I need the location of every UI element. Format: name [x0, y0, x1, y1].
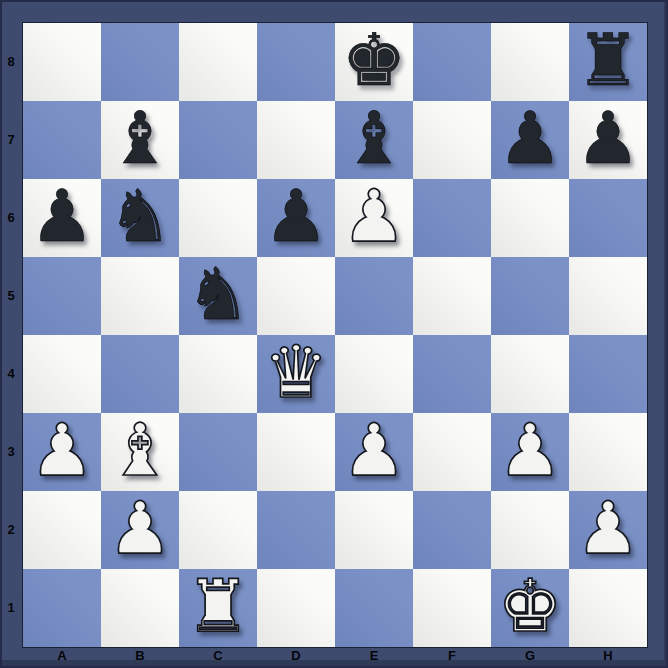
- square-g1[interactable]: ♚: [491, 569, 569, 647]
- white-pawn[interactable]: ♟: [342, 177, 407, 255]
- rank-label-5: 5: [0, 257, 22, 335]
- square-h5[interactable]: [569, 257, 647, 335]
- square-f6[interactable]: [413, 179, 491, 257]
- file-label-a: A: [23, 647, 101, 667]
- square-g2[interactable]: [491, 491, 569, 569]
- black-knight[interactable]: ♞: [186, 255, 251, 333]
- square-c6[interactable]: [179, 179, 257, 257]
- white-pawn[interactable]: ♟: [576, 489, 641, 567]
- black-pawn[interactable]: ♟: [498, 99, 563, 177]
- black-pawn[interactable]: ♟: [30, 177, 95, 255]
- square-b5[interactable]: [101, 257, 179, 335]
- square-a7[interactable]: [23, 101, 101, 179]
- black-rook[interactable]: ♜: [576, 21, 641, 99]
- square-a3[interactable]: ♟: [23, 413, 101, 491]
- black-king[interactable]: ♚: [342, 21, 407, 99]
- white-queen[interactable]: ♛: [264, 333, 329, 411]
- rank-label-3: 3: [0, 413, 22, 491]
- square-d3[interactable]: [257, 413, 335, 491]
- file-label-e: E: [335, 647, 413, 667]
- square-h2[interactable]: ♟: [569, 491, 647, 569]
- square-g7[interactable]: ♟: [491, 101, 569, 179]
- white-king[interactable]: ♚: [498, 567, 563, 645]
- square-d4[interactable]: ♛: [257, 335, 335, 413]
- square-e4[interactable]: [335, 335, 413, 413]
- chess-board: ♚♜♝♝♟♟♟♞♟♟♞♛♟♝♟♟♟♟♜♚: [22, 22, 648, 648]
- square-f7[interactable]: [413, 101, 491, 179]
- rank-label-2: 2: [0, 491, 22, 569]
- square-a2[interactable]: [23, 491, 101, 569]
- square-e1[interactable]: [335, 569, 413, 647]
- rank-label-4: 4: [0, 335, 22, 413]
- square-e2[interactable]: [335, 491, 413, 569]
- square-g3[interactable]: ♟: [491, 413, 569, 491]
- square-b7[interactable]: ♝: [101, 101, 179, 179]
- square-a1[interactable]: [23, 569, 101, 647]
- square-f3[interactable]: [413, 413, 491, 491]
- square-e5[interactable]: [335, 257, 413, 335]
- file-label-c: C: [179, 647, 257, 667]
- file-label-g: G: [491, 647, 569, 667]
- square-a6[interactable]: ♟: [23, 179, 101, 257]
- square-f4[interactable]: [413, 335, 491, 413]
- square-d1[interactable]: [257, 569, 335, 647]
- square-h3[interactable]: [569, 413, 647, 491]
- square-b8[interactable]: [101, 23, 179, 101]
- square-e8[interactable]: ♚: [335, 23, 413, 101]
- square-c3[interactable]: [179, 413, 257, 491]
- square-a4[interactable]: [23, 335, 101, 413]
- black-knight[interactable]: ♞: [108, 177, 173, 255]
- square-f2[interactable]: [413, 491, 491, 569]
- rank-label-7: 7: [0, 101, 22, 179]
- white-pawn[interactable]: ♟: [498, 411, 563, 489]
- square-b2[interactable]: ♟: [101, 491, 179, 569]
- square-g5[interactable]: [491, 257, 569, 335]
- white-pawn[interactable]: ♟: [30, 411, 95, 489]
- black-bishop[interactable]: ♝: [342, 99, 407, 177]
- rank-label-6: 6: [0, 179, 22, 257]
- square-c2[interactable]: [179, 491, 257, 569]
- square-d8[interactable]: [257, 23, 335, 101]
- square-g8[interactable]: [491, 23, 569, 101]
- square-h8[interactable]: ♜: [569, 23, 647, 101]
- square-c8[interactable]: [179, 23, 257, 101]
- square-d5[interactable]: [257, 257, 335, 335]
- black-bishop[interactable]: ♝: [108, 99, 173, 177]
- file-label-f: F: [413, 647, 491, 667]
- square-e6[interactable]: ♟: [335, 179, 413, 257]
- square-c5[interactable]: ♞: [179, 257, 257, 335]
- black-pawn[interactable]: ♟: [264, 177, 329, 255]
- square-h6[interactable]: [569, 179, 647, 257]
- square-e3[interactable]: ♟: [335, 413, 413, 491]
- white-pawn[interactable]: ♟: [108, 489, 173, 567]
- square-b1[interactable]: [101, 569, 179, 647]
- rank-label-8: 8: [0, 23, 22, 101]
- square-b4[interactable]: [101, 335, 179, 413]
- white-bishop[interactable]: ♝: [108, 411, 173, 489]
- square-f5[interactable]: [413, 257, 491, 335]
- square-g4[interactable]: [491, 335, 569, 413]
- square-d7[interactable]: [257, 101, 335, 179]
- square-d6[interactable]: ♟: [257, 179, 335, 257]
- black-pawn[interactable]: ♟: [576, 99, 641, 177]
- square-f8[interactable]: [413, 23, 491, 101]
- white-rook[interactable]: ♜: [186, 567, 251, 645]
- square-b3[interactable]: ♝: [101, 413, 179, 491]
- file-label-d: D: [257, 647, 335, 667]
- white-pawn[interactable]: ♟: [342, 411, 407, 489]
- square-f1[interactable]: [413, 569, 491, 647]
- square-h1[interactable]: [569, 569, 647, 647]
- square-a8[interactable]: [23, 23, 101, 101]
- square-h4[interactable]: [569, 335, 647, 413]
- square-c1[interactable]: ♜: [179, 569, 257, 647]
- square-c4[interactable]: [179, 335, 257, 413]
- square-b6[interactable]: ♞: [101, 179, 179, 257]
- square-d2[interactable]: [257, 491, 335, 569]
- square-a5[interactable]: [23, 257, 101, 335]
- file-label-b: B: [101, 647, 179, 667]
- square-e7[interactable]: ♝: [335, 101, 413, 179]
- square-c7[interactable]: [179, 101, 257, 179]
- square-h7[interactable]: ♟: [569, 101, 647, 179]
- rank-label-1: 1: [0, 569, 22, 647]
- file-label-h: H: [569, 647, 647, 667]
- chess-board-frame: ♚♜♝♝♟♟♟♞♟♟♞♛♟♝♟♟♟♟♜♚ 87654321 ABCDEFGH: [0, 0, 668, 668]
- square-g6[interactable]: [491, 179, 569, 257]
